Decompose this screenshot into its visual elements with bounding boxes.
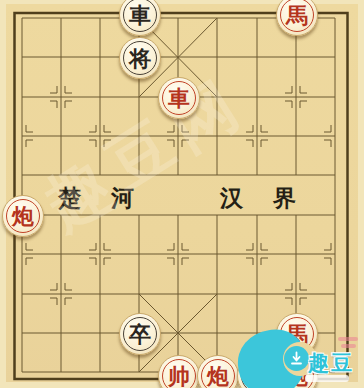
piece-glyph: 卒: [247, 356, 269, 388]
piece-red-cannon[interactable]: 炮: [2, 195, 44, 237]
river-label-left: 楚河: [58, 183, 164, 213]
piece-black-soldier[interactable]: 卒: [119, 313, 161, 355]
piece-glyph: 馬: [286, 0, 308, 35]
piece-glyph: 馬: [286, 314, 308, 354]
piece-red-chariot[interactable]: 車: [158, 77, 200, 119]
piece-glyph: 帅: [168, 356, 190, 388]
river-label-right: 汉界: [220, 183, 326, 213]
piece-glyph: 将: [129, 38, 151, 78]
piece-glyph: 炮: [286, 356, 308, 388]
piece-glyph: 炮: [12, 196, 34, 236]
piece-glyph: 車: [129, 0, 151, 35]
xiangqi-board-screenshot: 楚河 汉界 趣豆网 車馬将車炮卒馬帅炮卒炮 趣豆: [0, 0, 364, 388]
piece-red-horse[interactable]: 馬: [276, 313, 318, 355]
piece-glyph: 炮: [207, 356, 229, 388]
piece-glyph: 車: [168, 78, 190, 118]
piece-black-general[interactable]: 将: [119, 37, 161, 79]
piece-glyph: 卒: [129, 314, 151, 354]
